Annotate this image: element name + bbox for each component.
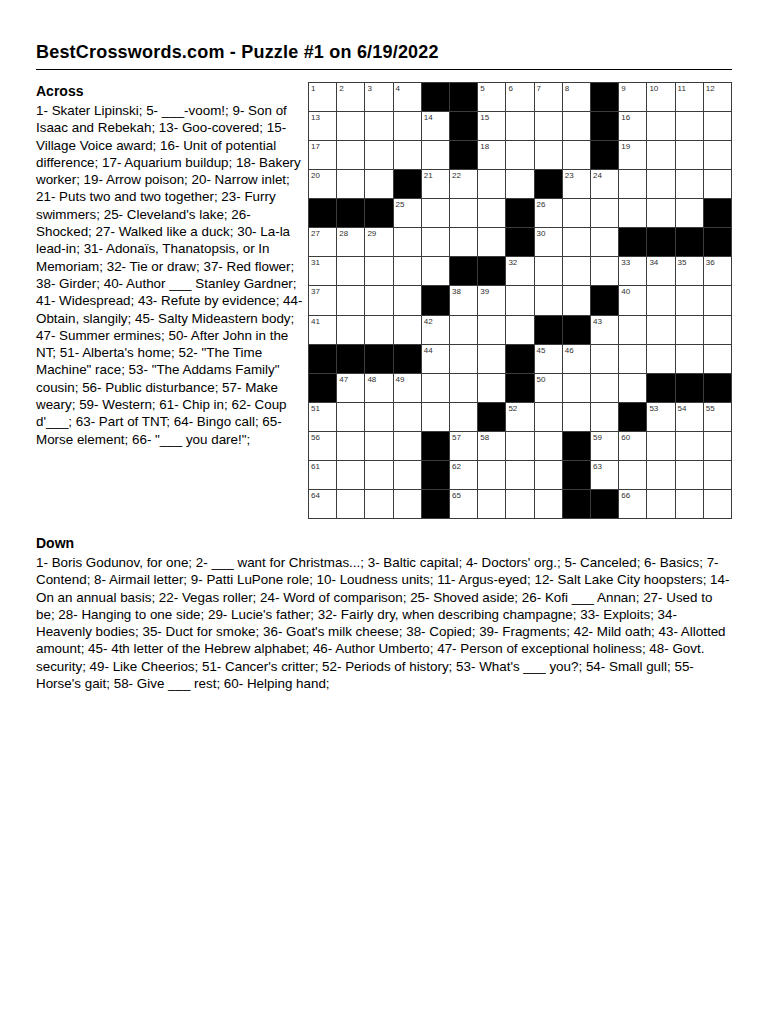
grid-cell-r13c12[interactable]: 60	[619, 432, 646, 460]
grid-cell-r3c15[interactable]	[704, 141, 731, 169]
cell-number: 40	[621, 287, 630, 296]
block-cell-r13c5	[422, 432, 449, 460]
grid-cell-r11c6[interactable]	[450, 374, 477, 402]
cell-number: 6	[508, 84, 512, 93]
grid-cell-r7c5[interactable]	[422, 257, 449, 285]
grid-cell-r1c4[interactable]: 4	[394, 83, 421, 111]
grid-cell-r7c10[interactable]	[563, 257, 590, 285]
grid-cell-r8c10[interactable]	[563, 286, 590, 314]
block-cell-r2c11	[591, 112, 618, 140]
grid-cell-r14c2[interactable]	[337, 461, 364, 489]
cell-number: 59	[593, 433, 602, 442]
grid-cell-r3c1[interactable]: 17	[309, 141, 336, 169]
cell-number: 53	[649, 404, 658, 413]
grid-cell-r10c9[interactable]: 45	[535, 345, 562, 373]
grid-cell-r12c2[interactable]	[337, 403, 364, 431]
grid-cell-r11c5[interactable]	[422, 374, 449, 402]
grid-cell-r15c3[interactable]	[365, 490, 392, 518]
grid-cell-r12c3[interactable]	[365, 403, 392, 431]
block-cell-r10c4	[394, 345, 421, 373]
grid-cell-r12c8[interactable]: 52	[506, 403, 533, 431]
grid-cell-r9c6[interactable]	[450, 316, 477, 344]
grid-cell-r6c3[interactable]: 29	[365, 228, 392, 256]
grid-cell-r4c5[interactable]: 21	[422, 170, 449, 198]
grid-cell-r1c13[interactable]: 10	[647, 83, 674, 111]
grid-cell-r5c4[interactable]: 25	[394, 199, 421, 227]
grid-cell-r5c14[interactable]	[676, 199, 703, 227]
grid-cell-r6c10[interactable]	[563, 228, 590, 256]
cell-number: 44	[424, 346, 433, 355]
grid-cell-r10c10[interactable]: 46	[563, 345, 590, 373]
cell-number: 13	[311, 113, 320, 122]
grid-cell-r4c11[interactable]: 24	[591, 170, 618, 198]
grid-cell-r10c6[interactable]	[450, 345, 477, 373]
cell-number: 20	[311, 171, 320, 180]
cell-number: 12	[706, 84, 715, 93]
grid-cell-r7c4[interactable]	[394, 257, 421, 285]
grid-cell-r1c1[interactable]: 1	[309, 83, 336, 111]
across-section: Across 1- Skater Lipinski; 5- ___-voom!;…	[36, 83, 306, 448]
grid-cell-r8c8[interactable]	[506, 286, 533, 314]
block-cell-r8c11	[591, 286, 618, 314]
block-cell-r11c13	[647, 374, 674, 402]
block-cell-r1c11	[591, 83, 618, 111]
grid-cell-r12c15[interactable]: 55	[704, 403, 731, 431]
grid-cell-r5c12[interactable]	[619, 199, 646, 227]
grid-cell-r9c4[interactable]	[394, 316, 421, 344]
grid-cell-r11c11[interactable]	[591, 374, 618, 402]
grid-cell-r7c12[interactable]: 33	[619, 257, 646, 285]
grid-cell-r1c9[interactable]: 7	[535, 83, 562, 111]
grid-cell-r2c9[interactable]	[535, 112, 562, 140]
grid-cell-r14c7[interactable]	[478, 461, 505, 489]
grid-cell-r4c1[interactable]: 20	[309, 170, 336, 198]
grid-cell-r14c12[interactable]	[619, 461, 646, 489]
block-cell-r6c12	[619, 228, 646, 256]
grid-cell-r14c11[interactable]: 63	[591, 461, 618, 489]
grid-cell-r6c1[interactable]: 27	[309, 228, 336, 256]
cell-number: 46	[565, 346, 574, 355]
grid-cell-r9c15[interactable]	[704, 316, 731, 344]
grid-cell-r11c12[interactable]	[619, 374, 646, 402]
cell-number: 24	[593, 171, 602, 180]
cell-number: 56	[311, 433, 320, 442]
grid-cell-r12c6[interactable]	[450, 403, 477, 431]
grid-cell-r7c8[interactable]: 32	[506, 257, 533, 285]
grid-cell-r8c14[interactable]	[676, 286, 703, 314]
cell-number: 26	[537, 200, 546, 209]
grid-cell-r4c15[interactable]	[704, 170, 731, 198]
grid-cell-r12c9[interactable]	[535, 403, 562, 431]
grid-cell-r6c2[interactable]: 28	[337, 228, 364, 256]
grid-cell-r6c6[interactable]	[450, 228, 477, 256]
grid-cell-r13c11[interactable]: 59	[591, 432, 618, 460]
grid-cell-r2c7[interactable]: 15	[478, 112, 505, 140]
grid-cell-r12c14[interactable]: 54	[676, 403, 703, 431]
grid-cell-r2c4[interactable]	[394, 112, 421, 140]
grid-cell-r7c2[interactable]	[337, 257, 364, 285]
grid-cell-r9c14[interactable]	[676, 316, 703, 344]
grid-cell-r1c7[interactable]: 5	[478, 83, 505, 111]
grid-cell-r11c7[interactable]	[478, 374, 505, 402]
grid-cell-r15c14[interactable]	[676, 490, 703, 518]
grid-cell-r2c14[interactable]	[676, 112, 703, 140]
cell-number: 47	[339, 375, 348, 384]
grid-cell-r3c8[interactable]	[506, 141, 533, 169]
grid-cell-r13c7[interactable]: 58	[478, 432, 505, 460]
cell-number: 18	[480, 142, 489, 151]
grid-cell-r3c12[interactable]: 19	[619, 141, 646, 169]
cell-number: 62	[452, 462, 461, 471]
grid-cell-r8c7[interactable]: 39	[478, 286, 505, 314]
grid-cell-r3c3[interactable]	[365, 141, 392, 169]
cell-number: 22	[452, 171, 461, 180]
block-cell-r12c12	[619, 403, 646, 431]
cell-number: 31	[311, 258, 320, 267]
grid-cell-r7c11[interactable]	[591, 257, 618, 285]
block-cell-r5c1	[309, 199, 336, 227]
grid-cell-r9c1[interactable]: 41	[309, 316, 336, 344]
grid-cell-r2c8[interactable]	[506, 112, 533, 140]
cell-number: 3	[367, 84, 371, 93]
grid-cell-r4c12[interactable]	[619, 170, 646, 198]
grid-cell-r10c12[interactable]	[619, 345, 646, 373]
grid-cell-r1c8[interactable]: 6	[506, 83, 533, 111]
cell-number: 54	[678, 404, 687, 413]
block-cell-r5c15	[704, 199, 731, 227]
grid-cell-r13c3[interactable]	[365, 432, 392, 460]
cell-number: 19	[621, 142, 630, 151]
grid-cell-r9c12[interactable]	[619, 316, 646, 344]
grid-cell-r3c7[interactable]: 18	[478, 141, 505, 169]
grid-cell-r13c9[interactable]	[535, 432, 562, 460]
page-title: BestCrosswords.com - Puzzle #1 on 6/19/2…	[36, 42, 439, 63]
grid-cell-r13c2[interactable]	[337, 432, 364, 460]
grid-cell-r8c9[interactable]	[535, 286, 562, 314]
block-cell-r14c5	[422, 461, 449, 489]
grid-cell-r13c14[interactable]	[676, 432, 703, 460]
block-cell-r11c1	[309, 374, 336, 402]
grid-cell-r10c5[interactable]: 44	[422, 345, 449, 373]
cell-number: 2	[339, 84, 343, 93]
cell-number: 35	[678, 258, 687, 267]
grid-cell-r12c13[interactable]: 53	[647, 403, 674, 431]
grid-cell-r5c11[interactable]	[591, 199, 618, 227]
grid-cell-r7c1[interactable]: 31	[309, 257, 336, 285]
grid-cell-r12c10[interactable]	[563, 403, 590, 431]
grid-cell-r14c8[interactable]	[506, 461, 533, 489]
grid-cell-r6c11[interactable]	[591, 228, 618, 256]
block-cell-r15c11	[591, 490, 618, 518]
cell-number: 42	[424, 317, 433, 326]
block-cell-r10c8	[506, 345, 533, 373]
grid-cell-r14c14[interactable]	[676, 461, 703, 489]
cell-number: 30	[537, 229, 546, 238]
grid-cell-r7c13[interactable]: 34	[647, 257, 674, 285]
block-cell-r6c8	[506, 228, 533, 256]
block-cell-r10c1	[309, 345, 336, 373]
grid-cell-r9c3[interactable]	[365, 316, 392, 344]
down-clues: 1- Boris Godunov, for one; 2- ___ want f…	[36, 554, 733, 692]
block-cell-r11c14	[676, 374, 703, 402]
cell-number: 7	[537, 84, 541, 93]
block-cell-r6c15	[704, 228, 731, 256]
cell-number: 17	[311, 142, 320, 151]
grid-cell-r4c6[interactable]: 22	[450, 170, 477, 198]
cell-number: 5	[480, 84, 484, 93]
block-cell-r12c7	[478, 403, 505, 431]
grid-cell-r5c6[interactable]	[450, 199, 477, 227]
grid-cell-r13c13[interactable]	[647, 432, 674, 460]
grid-cell-r1c10[interactable]: 8	[563, 83, 590, 111]
grid-cell-r7c9[interactable]	[535, 257, 562, 285]
grid-cell-r2c13[interactable]	[647, 112, 674, 140]
grid-cell-r15c8[interactable]	[506, 490, 533, 518]
grid-cell-r12c4[interactable]	[394, 403, 421, 431]
cell-number: 57	[452, 433, 461, 442]
cell-number: 38	[452, 287, 461, 296]
block-cell-r15c10	[563, 490, 590, 518]
cell-number: 60	[621, 433, 630, 442]
grid-cell-r13c8[interactable]	[506, 432, 533, 460]
grid-cell-r8c3[interactable]	[365, 286, 392, 314]
grid-cell-r3c13[interactable]	[647, 141, 674, 169]
grid-cell-r1c3[interactable]: 3	[365, 83, 392, 111]
grid-cell-r8c4[interactable]	[394, 286, 421, 314]
grid-cell-r5c9[interactable]: 26	[535, 199, 562, 227]
grid-cell-r15c6[interactable]: 65	[450, 490, 477, 518]
grid-cell-r3c4[interactable]	[394, 141, 421, 169]
grid-cell-r10c13[interactable]	[647, 345, 674, 373]
grid-cell-r14c4[interactable]	[394, 461, 421, 489]
grid-cell-r4c7[interactable]	[478, 170, 505, 198]
cell-number: 27	[311, 229, 320, 238]
block-cell-r9c10	[563, 316, 590, 344]
grid-cell-r15c4[interactable]	[394, 490, 421, 518]
across-heading: Across	[36, 83, 306, 99]
grid-cell-r2c5[interactable]: 14	[422, 112, 449, 140]
grid-cell-r11c3[interactable]: 48	[365, 374, 392, 402]
grid-cell-r13c1[interactable]: 56	[309, 432, 336, 460]
cell-number: 51	[311, 404, 320, 413]
grid-cell-r15c15[interactable]	[704, 490, 731, 518]
cell-number: 41	[311, 317, 320, 326]
cell-number: 61	[311, 462, 320, 471]
grid-cell-r14c1[interactable]: 61	[309, 461, 336, 489]
cell-number: 1	[311, 84, 315, 93]
grid-cell-r12c5[interactable]	[422, 403, 449, 431]
cell-number: 39	[480, 287, 489, 296]
down-section: Down 1- Boris Godunov, for one; 2- ___ w…	[36, 535, 733, 692]
cell-number: 29	[367, 229, 376, 238]
block-cell-r3c6	[450, 141, 477, 169]
cell-number: 16	[621, 113, 630, 122]
grid-cell-r15c1[interactable]: 64	[309, 490, 336, 518]
grid-cell-r5c10[interactable]	[563, 199, 590, 227]
cell-number: 48	[367, 375, 376, 384]
block-cell-r4c9	[535, 170, 562, 198]
cell-number: 52	[508, 404, 517, 413]
cell-number: 55	[706, 404, 715, 413]
block-cell-r14c10	[563, 461, 590, 489]
cell-number: 43	[593, 317, 602, 326]
grid-cell-r11c9[interactable]: 50	[535, 374, 562, 402]
cell-number: 8	[565, 84, 569, 93]
grid-cell-r14c13[interactable]	[647, 461, 674, 489]
grid-cell-r8c1[interactable]: 37	[309, 286, 336, 314]
grid-cell-r10c7[interactable]	[478, 345, 505, 373]
crossword-grid[interactable]: 1234567891011121314151617181920212223242…	[308, 82, 732, 519]
grid-cell-r10c11[interactable]	[591, 345, 618, 373]
block-cell-r9c9	[535, 316, 562, 344]
cell-number: 45	[537, 346, 546, 355]
cell-number: 15	[480, 113, 489, 122]
block-cell-r11c8	[506, 374, 533, 402]
cell-number: 10	[649, 84, 658, 93]
block-cell-r15c5	[422, 490, 449, 518]
block-cell-r10c3	[365, 345, 392, 373]
grid-cell-r4c14[interactable]	[676, 170, 703, 198]
block-cell-r1c6	[450, 83, 477, 111]
page: BestCrosswords.com - Puzzle #1 on 6/19/2…	[0, 0, 768, 1024]
block-cell-r7c7	[478, 257, 505, 285]
grid-cell-r4c8[interactable]	[506, 170, 533, 198]
grid-cell-r3c5[interactable]	[422, 141, 449, 169]
grid-cell-r13c6[interactable]: 57	[450, 432, 477, 460]
grid-cell-r8c2[interactable]	[337, 286, 364, 314]
block-cell-r4c4	[394, 170, 421, 198]
grid-cell-r9c7[interactable]	[478, 316, 505, 344]
cell-number: 64	[311, 491, 320, 500]
cell-number: 58	[480, 433, 489, 442]
grid-cell-r10c14[interactable]	[676, 345, 703, 373]
grid-cell-r14c3[interactable]	[365, 461, 392, 489]
grid-cell-r3c2[interactable]	[337, 141, 364, 169]
block-cell-r7c6	[450, 257, 477, 285]
cell-number: 63	[593, 462, 602, 471]
cell-number: 33	[621, 258, 630, 267]
grid-cell-r5c5[interactable]	[422, 199, 449, 227]
grid-cell-r13c4[interactable]	[394, 432, 421, 460]
grid-cell-r14c6[interactable]: 62	[450, 461, 477, 489]
block-cell-r6c13	[647, 228, 674, 256]
grid-cell-r3c14[interactable]	[676, 141, 703, 169]
grid-cell-r2c1[interactable]: 13	[309, 112, 336, 140]
grid-cell-r4c3[interactable]	[365, 170, 392, 198]
cell-number: 25	[396, 200, 405, 209]
grid-cell-r5c13[interactable]	[647, 199, 674, 227]
grid-cell-r9c2[interactable]	[337, 316, 364, 344]
block-cell-r2c6	[450, 112, 477, 140]
grid-cell-r9c13[interactable]	[647, 316, 674, 344]
grid-cell-r14c9[interactable]	[535, 461, 562, 489]
across-clues: 1- Skater Lipinski; 5- ___-voom!; 9- Son…	[36, 102, 306, 448]
grid-cell-r3c10[interactable]	[563, 141, 590, 169]
grid-cell-r15c7[interactable]	[478, 490, 505, 518]
grid-cell-r8c12[interactable]: 40	[619, 286, 646, 314]
grid-cell-r6c4[interactable]	[394, 228, 421, 256]
cell-number: 14	[424, 113, 433, 122]
grid-cell-r1c12[interactable]: 9	[619, 83, 646, 111]
block-cell-r3c11	[591, 141, 618, 169]
cell-number: 28	[339, 229, 348, 238]
grid-cell-r9c8[interactable]	[506, 316, 533, 344]
cell-number: 11	[678, 84, 686, 93]
block-cell-r1c5	[422, 83, 449, 111]
grid-cell-r1c15[interactable]: 12	[704, 83, 731, 111]
cell-number: 23	[565, 171, 574, 180]
grid-cell-r14c15[interactable]	[704, 461, 731, 489]
grid-cell-r2c10[interactable]	[563, 112, 590, 140]
block-cell-r11c15	[704, 374, 731, 402]
grid-cell-r8c6[interactable]: 38	[450, 286, 477, 314]
grid-cell-r7c14[interactable]: 35	[676, 257, 703, 285]
grid-cell-r2c12[interactable]: 16	[619, 112, 646, 140]
block-cell-r10c2	[337, 345, 364, 373]
grid-cell-r2c3[interactable]	[365, 112, 392, 140]
cell-number: 34	[649, 258, 658, 267]
grid-cell-r7c3[interactable]	[365, 257, 392, 285]
grid-cell-r4c10[interactable]: 23	[563, 170, 590, 198]
grid-cell-r11c2[interactable]: 47	[337, 374, 364, 402]
cell-number: 66	[621, 491, 630, 500]
grid-cell-r1c14[interactable]: 11	[676, 83, 703, 111]
grid-cell-r6c7[interactable]	[478, 228, 505, 256]
cell-number: 50	[537, 375, 546, 384]
grid-cell-r13c15[interactable]	[704, 432, 731, 460]
cell-number: 37	[311, 287, 320, 296]
block-cell-r5c2	[337, 199, 364, 227]
grid-cell-r15c9[interactable]	[535, 490, 562, 518]
grid-cell-r15c12[interactable]: 66	[619, 490, 646, 518]
cell-number: 32	[508, 258, 517, 267]
block-cell-r13c10	[563, 432, 590, 460]
block-cell-r5c8	[506, 199, 533, 227]
grid-cell-r11c4[interactable]: 49	[394, 374, 421, 402]
grid-cell-r11c10[interactable]	[563, 374, 590, 402]
cell-number: 49	[396, 375, 405, 384]
title-divider	[36, 69, 732, 70]
grid-cell-r5c7[interactable]	[478, 199, 505, 227]
grid-cell-r2c2[interactable]	[337, 112, 364, 140]
cell-number: 4	[396, 84, 400, 93]
grid-cell-r3c9[interactable]	[535, 141, 562, 169]
down-heading: Down	[36, 535, 733, 551]
grid-cell-r1c2[interactable]: 2	[337, 83, 364, 111]
block-cell-r6c14	[676, 228, 703, 256]
grid-cell-r12c1[interactable]: 51	[309, 403, 336, 431]
grid-cell-r15c13[interactable]	[647, 490, 674, 518]
grid-cell-r9c5[interactable]: 42	[422, 316, 449, 344]
grid-cell-r12c11[interactable]	[591, 403, 618, 431]
cell-number: 21	[424, 171, 433, 180]
cell-number: 36	[706, 258, 715, 267]
block-cell-r8c5	[422, 286, 449, 314]
grid-cell-r10c15[interactable]	[704, 345, 731, 373]
grid-cell-r2c15[interactable]	[704, 112, 731, 140]
grid-cell-r6c5[interactable]	[422, 228, 449, 256]
grid-cell-r15c2[interactable]	[337, 490, 364, 518]
grid-cell-r7c15[interactable]: 36	[704, 257, 731, 285]
grid-cell-r4c13[interactable]	[647, 170, 674, 198]
grid-cell-r8c13[interactable]	[647, 286, 674, 314]
grid-cell-r6c9[interactable]: 30	[535, 228, 562, 256]
grid-cell-r9c11[interactable]: 43	[591, 316, 618, 344]
cell-number: 65	[452, 491, 461, 500]
grid-cell-r4c2[interactable]	[337, 170, 364, 198]
block-cell-r5c3	[365, 199, 392, 227]
grid-cell-r8c15[interactable]	[704, 286, 731, 314]
